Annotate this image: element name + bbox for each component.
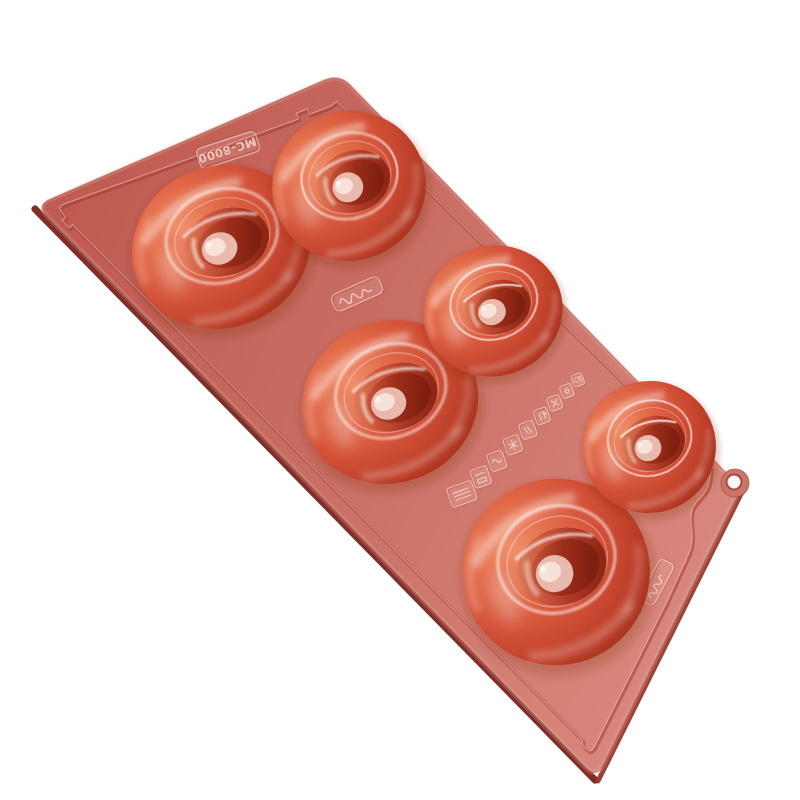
- mold-scene: MC-8000 MC-8000 CE: [0, 0, 800, 800]
- hanging-hole: [727, 475, 742, 490]
- product-photo: MC-8000 MC-8000 CE: [0, 0, 800, 800]
